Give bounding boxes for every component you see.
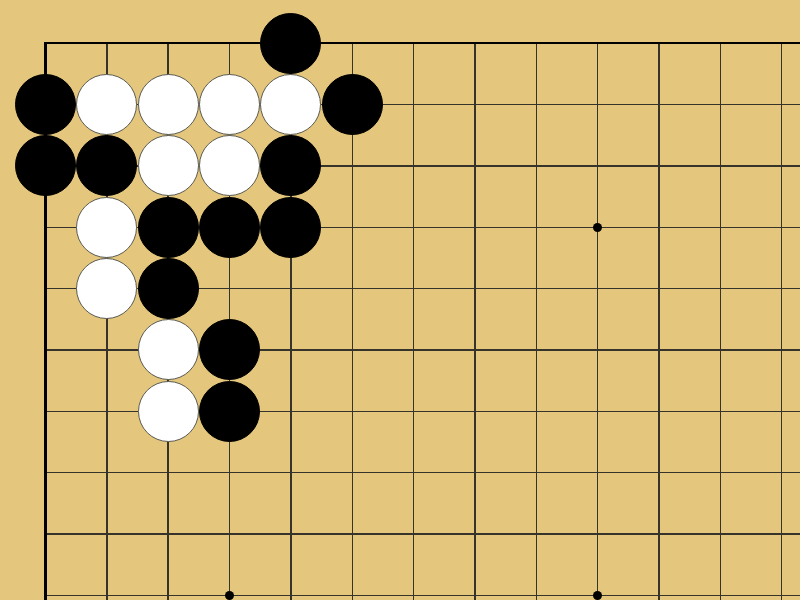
stone-black: ● — [15, 135, 76, 196]
stone-white: ● — [260, 74, 321, 135]
stone-black: ● — [260, 197, 321, 258]
stone-white: ● — [138, 74, 199, 135]
stone-white: ● — [138, 135, 199, 196]
stone-white: ● — [199, 135, 260, 196]
stone-black: ● — [76, 135, 137, 196]
stone-white: ● — [199, 74, 260, 135]
stone-white: ● — [138, 381, 199, 442]
stone-black: ● — [138, 258, 199, 319]
stone-white: ● — [138, 319, 199, 380]
go-board: ●●●●●●●●●●●●●●●●●●●●●● — [0, 0, 800, 600]
stone-white: ● — [76, 258, 137, 319]
stone-white: ● — [76, 197, 137, 258]
stone-black: ● — [15, 74, 76, 135]
stone-black: ● — [199, 381, 260, 442]
board-grid[interactable]: ●●●●●●●●●●●●●●●●●●●●●● — [15, 13, 800, 600]
stone-black: ● — [260, 13, 321, 74]
stone-black: ● — [260, 135, 321, 196]
stone-black: ● — [138, 197, 199, 258]
stone-black: ● — [199, 319, 260, 380]
stone-black: ● — [199, 197, 260, 258]
stone-white: ● — [76, 74, 137, 135]
stone-black: ● — [322, 74, 383, 135]
